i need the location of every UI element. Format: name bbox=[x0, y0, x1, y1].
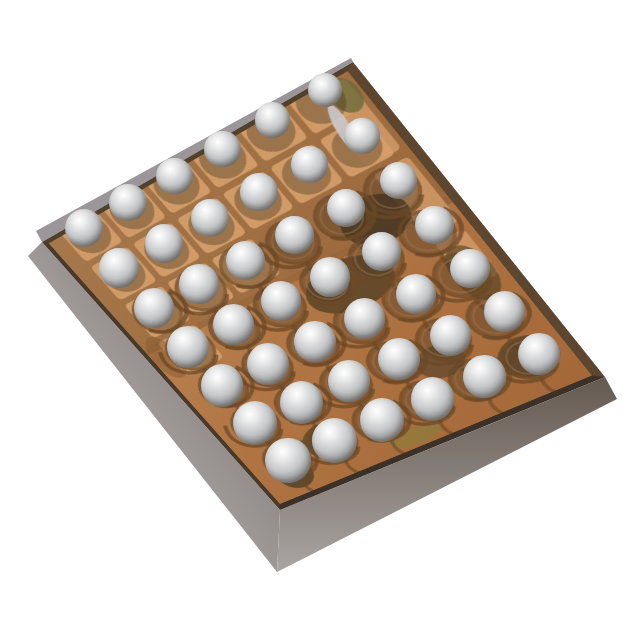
solder-ball-r1c5 bbox=[255, 102, 290, 137]
solder-ball-r3c1 bbox=[134, 288, 175, 329]
solder-ball-r2c1 bbox=[99, 248, 138, 287]
solder-ball-r7c1 bbox=[265, 438, 310, 483]
solder-ball-r1c1 bbox=[65, 209, 103, 247]
solder-ball-r1c4 bbox=[204, 131, 240, 167]
solder-ball-r7c2 bbox=[312, 418, 357, 463]
solder-ball-r3c2 bbox=[179, 264, 219, 304]
solder-ball-r4c3 bbox=[261, 281, 301, 321]
solder-ball-r2c5 bbox=[291, 146, 328, 183]
solder-ball-r4c2 bbox=[213, 304, 254, 345]
solder-ball-r4c5 bbox=[362, 232, 401, 271]
solder-ball-r1c3 bbox=[156, 158, 193, 195]
solder-ball-r3c3 bbox=[226, 241, 265, 280]
solder-ball-r2c2 bbox=[145, 224, 184, 263]
solder-ball-r1c2 bbox=[109, 184, 146, 221]
solder-ball-r5c6 bbox=[450, 249, 490, 289]
solder-ball-r2c3 bbox=[191, 199, 229, 237]
solder-ball-r5c3 bbox=[294, 321, 336, 363]
solder-ball-r4c6 bbox=[415, 206, 453, 244]
solder-ball-r4c1 bbox=[167, 326, 209, 368]
solder-ball-r3c6 bbox=[380, 162, 417, 199]
solder-ball-layer bbox=[0, 0, 640, 640]
solder-ball-r7c4 bbox=[411, 377, 454, 420]
solder-ball-r7c3 bbox=[360, 398, 404, 442]
solder-ball-r3c4 bbox=[275, 216, 313, 254]
solder-ball-r7c5 bbox=[463, 355, 506, 398]
solder-ball-r6c1 bbox=[233, 401, 277, 445]
solder-ball-r7c6 bbox=[518, 333, 560, 375]
solder-ball-r6c2 bbox=[280, 381, 323, 424]
solder-ball-r5c4 bbox=[344, 298, 385, 339]
solder-ball-r3c5 bbox=[327, 189, 365, 227]
solder-ball-r5c5 bbox=[396, 274, 436, 314]
solder-ball-r2c6 bbox=[344, 118, 380, 154]
solder-ball-r2c4 bbox=[240, 173, 277, 210]
solder-ball-r1c6 bbox=[308, 73, 343, 108]
solder-ball-r6c5 bbox=[430, 315, 471, 356]
photo-canvas: Macro product photograph of a wafer-leve… bbox=[0, 0, 640, 640]
solder-ball-r6c6 bbox=[484, 291, 525, 332]
solder-ball-r5c1 bbox=[201, 364, 244, 407]
solder-ball-r5c2 bbox=[247, 343, 289, 385]
solder-ball-r6c4 bbox=[378, 338, 420, 380]
solder-ball-r4c4 bbox=[310, 257, 350, 297]
solder-ball-r6c3 bbox=[328, 360, 371, 403]
